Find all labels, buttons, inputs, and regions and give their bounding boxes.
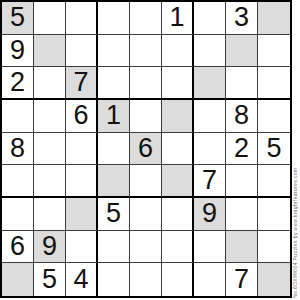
cell-r4c9[interactable] xyxy=(258,100,290,133)
cell-r8c4[interactable] xyxy=(98,231,130,264)
cell-r5c5[interactable]: 6 xyxy=(130,133,162,166)
cell-r2c3[interactable] xyxy=(66,35,98,68)
cell-r5c3[interactable] xyxy=(66,133,98,166)
cell-r9c3[interactable]: 4 xyxy=(66,263,98,296)
cell-r6c7[interactable]: 7 xyxy=(194,165,226,198)
cell-r9c4[interactable] xyxy=(98,263,130,296)
cell-r2c5[interactable] xyxy=(130,35,162,68)
cell-r3c1[interactable]: 2 xyxy=(2,67,34,100)
cell-r3c6[interactable] xyxy=(162,67,194,100)
cell-r7c6[interactable] xyxy=(162,198,194,231)
cell-r2c9[interactable] xyxy=(258,35,290,68)
cell-r8c6[interactable] xyxy=(162,231,194,264)
cell-r8c9[interactable] xyxy=(258,231,290,264)
cell-r3c9[interactable] xyxy=(258,67,290,100)
cell-r1c7[interactable] xyxy=(194,2,226,35)
cell-r3c3[interactable]: 7 xyxy=(66,67,98,100)
cell-r4c5[interactable] xyxy=(130,100,162,133)
cell-r8c8[interactable] xyxy=(226,231,258,264)
cell-r2c4[interactable] xyxy=(98,35,130,68)
cell-r4c4[interactable]: 1 xyxy=(98,100,130,133)
cell-r4c6[interactable] xyxy=(162,100,194,133)
cell-r4c2[interactable] xyxy=(34,100,66,133)
cell-r7c2[interactable] xyxy=(34,198,66,231)
cell-r7c9[interactable] xyxy=(258,198,290,231)
cell-r5c9[interactable]: 5 xyxy=(258,133,290,166)
cell-r4c7[interactable] xyxy=(194,100,226,133)
cell-r6c4[interactable] xyxy=(98,165,130,198)
cell-r8c7[interactable] xyxy=(194,231,226,264)
cell-r6c8[interactable] xyxy=(226,165,258,198)
cell-r6c9[interactable] xyxy=(258,165,290,198)
cell-r1c9[interactable] xyxy=(258,2,290,35)
cell-r1c3[interactable] xyxy=(66,2,98,35)
cell-r5c2[interactable] xyxy=(34,133,66,166)
cell-r1c5[interactable] xyxy=(130,2,162,35)
cell-r1c6[interactable]: 1 xyxy=(162,2,194,35)
cell-r3c5[interactable] xyxy=(130,67,162,100)
cell-r7c5[interactable] xyxy=(130,198,162,231)
cell-r5c1[interactable]: 8 xyxy=(2,133,34,166)
cell-r1c1[interactable]: 5 xyxy=(2,2,34,35)
cell-r6c1[interactable] xyxy=(2,165,34,198)
cell-r9c7[interactable] xyxy=(194,263,226,296)
cell-r2c8[interactable] xyxy=(226,35,258,68)
cell-r1c4[interactable] xyxy=(98,2,130,35)
cell-r9c8[interactable]: 7 xyxy=(226,263,258,296)
cell-r9c1[interactable] xyxy=(2,263,34,296)
sudoku-board: 513927618862575969547 xyxy=(0,0,292,298)
cell-r6c6[interactable] xyxy=(162,165,194,198)
watermark-text: No.6DX99004 Puzzles by www.knightfeature… xyxy=(292,2,299,298)
cell-r9c6[interactable] xyxy=(162,263,194,296)
sudoku-page: 513927618862575969547 No.6DX99004 Puzzle… xyxy=(0,0,300,300)
cell-r9c9[interactable] xyxy=(258,263,290,296)
cell-r8c5[interactable] xyxy=(130,231,162,264)
cell-r6c5[interactable] xyxy=(130,165,162,198)
cell-r7c4[interactable]: 5 xyxy=(98,198,130,231)
cell-r9c2[interactable]: 5 xyxy=(34,263,66,296)
cell-r6c3[interactable] xyxy=(66,165,98,198)
cell-r2c7[interactable] xyxy=(194,35,226,68)
cell-r4c3[interactable]: 6 xyxy=(66,100,98,133)
cell-r2c1[interactable]: 9 xyxy=(2,35,34,68)
cell-r3c2[interactable] xyxy=(34,67,66,100)
cell-r8c1[interactable]: 6 xyxy=(2,231,34,264)
cell-r5c6[interactable] xyxy=(162,133,194,166)
cell-r2c2[interactable] xyxy=(34,35,66,68)
cell-r5c4[interactable] xyxy=(98,133,130,166)
cell-r7c8[interactable] xyxy=(226,198,258,231)
cell-r7c7[interactable]: 9 xyxy=(194,198,226,231)
cell-r4c8[interactable]: 8 xyxy=(226,100,258,133)
cell-r9c5[interactable] xyxy=(130,263,162,296)
cell-r3c7[interactable] xyxy=(194,67,226,100)
cell-r8c2[interactable]: 9 xyxy=(34,231,66,264)
cell-r7c3[interactable] xyxy=(66,198,98,231)
cell-r4c1[interactable] xyxy=(2,100,34,133)
cell-r1c2[interactable] xyxy=(34,2,66,35)
cell-r3c8[interactable] xyxy=(226,67,258,100)
cell-r3c4[interactable] xyxy=(98,67,130,100)
cell-r5c8[interactable]: 2 xyxy=(226,133,258,166)
cell-r5c7[interactable] xyxy=(194,133,226,166)
cell-r6c2[interactable] xyxy=(34,165,66,198)
cell-r2c6[interactable] xyxy=(162,35,194,68)
cell-r1c8[interactable]: 3 xyxy=(226,2,258,35)
cell-r8c3[interactable] xyxy=(66,231,98,264)
cell-r7c1[interactable] xyxy=(2,198,34,231)
